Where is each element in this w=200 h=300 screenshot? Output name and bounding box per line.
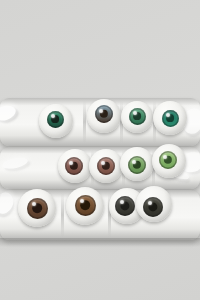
eye-iris bbox=[65, 157, 83, 175]
photo-doll-eyes-in-packaging bbox=[0, 0, 200, 300]
doll-eye bbox=[152, 144, 186, 178]
eye-iris bbox=[47, 111, 64, 128]
eye-iris bbox=[115, 196, 135, 216]
eye-iris bbox=[75, 195, 96, 216]
eye-highlight bbox=[69, 161, 73, 165]
doll-eye bbox=[153, 101, 187, 135]
eye-highlight bbox=[120, 200, 124, 204]
eye-highlight bbox=[133, 111, 137, 115]
tube-pocket-seam bbox=[61, 193, 64, 237]
doll-eye bbox=[89, 149, 123, 183]
eye-iris bbox=[162, 110, 179, 127]
eye-iris bbox=[143, 197, 163, 217]
eye-iris bbox=[129, 108, 146, 125]
doll-eye bbox=[136, 186, 172, 222]
eye-highlight bbox=[166, 113, 170, 117]
doll-eye bbox=[87, 99, 121, 133]
eye-iris bbox=[97, 157, 115, 175]
eye-highlight bbox=[132, 160, 136, 164]
eye-highlight bbox=[99, 109, 103, 113]
tube-cast-shadow bbox=[0, 238, 200, 247]
tube-pocket-seam bbox=[83, 101, 86, 143]
doll-eye bbox=[39, 104, 73, 138]
eye-highlight bbox=[51, 114, 55, 118]
doll-eye bbox=[66, 187, 104, 225]
doll-eye bbox=[121, 101, 153, 133]
doll-eye bbox=[18, 189, 56, 227]
doll-eye bbox=[120, 147, 154, 181]
eye-highlight bbox=[32, 202, 36, 206]
eye-iris bbox=[27, 198, 48, 219]
eye-iris bbox=[128, 156, 146, 174]
eye-highlight bbox=[163, 155, 167, 159]
eye-highlight bbox=[148, 201, 152, 205]
eye-iris bbox=[95, 105, 113, 123]
eye-iris bbox=[159, 151, 177, 169]
eye-highlight bbox=[101, 161, 105, 165]
doll-eye bbox=[58, 149, 92, 183]
eye-highlight bbox=[80, 199, 84, 203]
